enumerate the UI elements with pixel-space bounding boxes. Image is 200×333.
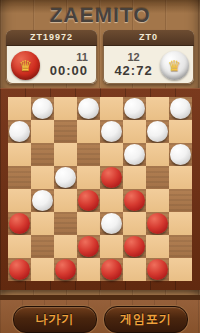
board-square[interactable] xyxy=(54,212,77,235)
board-square[interactable] xyxy=(123,97,146,120)
board-square[interactable] xyxy=(8,235,31,258)
board-square[interactable] xyxy=(123,258,146,281)
checker-piece-white[interactable] xyxy=(124,144,145,165)
checker-piece-white[interactable] xyxy=(55,167,76,188)
checker-piece-red[interactable] xyxy=(124,236,145,257)
checker-piece-white[interactable] xyxy=(170,98,191,119)
board-square[interactable] xyxy=(169,189,192,212)
board-square[interactable] xyxy=(8,97,31,120)
board-square[interactable] xyxy=(123,189,146,212)
board-square[interactable] xyxy=(54,235,77,258)
board-square[interactable] xyxy=(100,189,123,212)
board-square[interactable] xyxy=(8,189,31,212)
silver-crown-badge: ♛ xyxy=(160,51,189,80)
player-name-left: ZT19972 xyxy=(6,30,97,46)
board-square[interactable] xyxy=(100,212,123,235)
crown-icon: ♛ xyxy=(19,58,32,73)
board-square[interactable] xyxy=(8,258,31,281)
board-square[interactable] xyxy=(8,166,31,189)
checker-piece-red[interactable] xyxy=(9,259,30,280)
app-title: ZAEMITO xyxy=(0,2,200,28)
player-panel-right: ZT0 12 42:72 ♛ xyxy=(103,30,194,84)
board-frame xyxy=(0,88,200,290)
checker-piece-white[interactable] xyxy=(147,121,168,142)
board-square[interactable] xyxy=(54,120,77,143)
player-name-right: ZT0 xyxy=(103,30,194,46)
forfeit-button[interactable]: 게임포기 xyxy=(104,306,188,333)
board-square[interactable] xyxy=(31,212,54,235)
board-square[interactable] xyxy=(77,212,100,235)
board-square[interactable] xyxy=(8,143,31,166)
board-square[interactable] xyxy=(169,212,192,235)
checker-piece-white[interactable] xyxy=(32,98,53,119)
board-square[interactable] xyxy=(146,120,169,143)
board-square[interactable] xyxy=(146,235,169,258)
board-square[interactable] xyxy=(123,120,146,143)
board-square[interactable] xyxy=(54,258,77,281)
checker-piece-white[interactable] xyxy=(78,98,99,119)
board-square[interactable] xyxy=(146,258,169,281)
board-square[interactable] xyxy=(123,212,146,235)
board-square[interactable] xyxy=(100,235,123,258)
player-score-left: 11 xyxy=(40,51,88,64)
checker-piece-red[interactable] xyxy=(124,190,145,211)
board-square[interactable] xyxy=(31,258,54,281)
checker-piece-white[interactable] xyxy=(170,144,191,165)
board-grid xyxy=(8,97,192,281)
board-square[interactable] xyxy=(8,212,31,235)
red-crown-badge: ♛ xyxy=(11,51,40,80)
board-square[interactable] xyxy=(169,143,192,166)
board-square[interactable] xyxy=(169,97,192,120)
board-square[interactable] xyxy=(77,120,100,143)
board-square[interactable] xyxy=(100,143,123,166)
exit-button[interactable]: 나가기 xyxy=(13,306,97,333)
board-square[interactable] xyxy=(54,166,77,189)
checker-piece-red[interactable] xyxy=(55,259,76,280)
board-square[interactable] xyxy=(169,235,192,258)
board-square[interactable] xyxy=(146,212,169,235)
checker-piece-red[interactable] xyxy=(101,167,122,188)
board-square[interactable] xyxy=(77,189,100,212)
crown-icon: ♛ xyxy=(168,58,181,73)
board-square[interactable] xyxy=(31,189,54,212)
board-square[interactable] xyxy=(31,143,54,166)
board-square[interactable] xyxy=(123,143,146,166)
board-square[interactable] xyxy=(100,166,123,189)
board-square[interactable] xyxy=(123,166,146,189)
player-time-left: 00:00 xyxy=(40,64,88,79)
board-square[interactable] xyxy=(169,258,192,281)
board-square[interactable] xyxy=(77,143,100,166)
player-panel-left: ZT19972 ♛ 11 00:00 xyxy=(6,30,97,84)
board-square[interactable] xyxy=(100,258,123,281)
app-screen: ZAEMITO ZT19972 ♛ 11 00:00 ZT0 12 42:72 xyxy=(0,0,200,333)
board-square[interactable] xyxy=(31,166,54,189)
board-square[interactable] xyxy=(77,235,100,258)
board-square[interactable] xyxy=(8,120,31,143)
checker-piece-red[interactable] xyxy=(9,213,30,234)
checker-piece-red[interactable] xyxy=(147,259,168,280)
board-square[interactable] xyxy=(31,97,54,120)
board-square[interactable] xyxy=(54,97,77,120)
board-square[interactable] xyxy=(54,189,77,212)
checker-piece-white[interactable] xyxy=(101,213,122,234)
player-score-right: 12 xyxy=(107,51,160,64)
board-square[interactable] xyxy=(146,143,169,166)
board-square[interactable] xyxy=(77,258,100,281)
board-square[interactable] xyxy=(100,97,123,120)
board-square[interactable] xyxy=(77,166,100,189)
checker-piece-white[interactable] xyxy=(101,121,122,142)
checker-piece-white[interactable] xyxy=(32,190,53,211)
board-square[interactable] xyxy=(169,120,192,143)
board-square[interactable] xyxy=(123,235,146,258)
board-square[interactable] xyxy=(146,166,169,189)
checker-piece-white[interactable] xyxy=(9,121,30,142)
board-square[interactable] xyxy=(169,166,192,189)
checker-piece-red[interactable] xyxy=(147,213,168,234)
player-time-right: 42:72 xyxy=(107,64,160,79)
bottom-bar: 나가기 게임포기 xyxy=(0,295,200,333)
checker-piece-red[interactable] xyxy=(78,236,99,257)
board-square[interactable] xyxy=(100,120,123,143)
board-square[interactable] xyxy=(54,143,77,166)
board-square[interactable] xyxy=(31,120,54,143)
checker-piece-red[interactable] xyxy=(101,259,122,280)
board-square[interactable] xyxy=(31,235,54,258)
checker-piece-red[interactable] xyxy=(78,190,99,211)
board-square[interactable] xyxy=(77,97,100,120)
board-square[interactable] xyxy=(146,189,169,212)
checker-piece-white[interactable] xyxy=(124,98,145,119)
player-panels: ZT19972 ♛ 11 00:00 ZT0 12 42:72 ♛ xyxy=(0,30,200,84)
board-square[interactable] xyxy=(146,97,169,120)
